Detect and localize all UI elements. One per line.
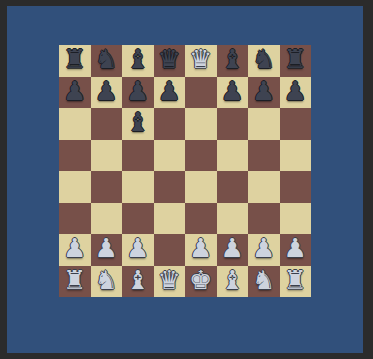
square-b1[interactable]: ♞ (91, 266, 123, 298)
white-pawn[interactable]: ♟ (252, 233, 275, 265)
white-knight[interactable]: ♞ (95, 265, 118, 297)
square-a5[interactable] (59, 140, 91, 172)
square-d6[interactable] (154, 108, 186, 140)
square-e5[interactable] (185, 140, 217, 172)
square-d2[interactable] (154, 234, 186, 266)
square-h6[interactable] (280, 108, 312, 140)
square-a2[interactable]: ♟ (59, 234, 91, 266)
square-d1[interactable]: ♛ (154, 266, 186, 298)
white-pawn[interactable]: ♟ (63, 233, 86, 265)
square-g6[interactable] (248, 108, 280, 140)
square-g1[interactable]: ♞ (248, 266, 280, 298)
square-f3[interactable] (217, 203, 249, 235)
square-c3[interactable] (122, 203, 154, 235)
square-g4[interactable] (248, 171, 280, 203)
square-a4[interactable] (59, 171, 91, 203)
square-h4[interactable] (280, 171, 312, 203)
square-b7[interactable]: ♟ (91, 77, 123, 109)
square-f5[interactable] (217, 140, 249, 172)
white-pawn[interactable]: ♟ (221, 233, 244, 265)
black-queen[interactable]: ♛ (158, 44, 181, 76)
square-h5[interactable] (280, 140, 312, 172)
black-pawn[interactable]: ♟ (126, 76, 149, 108)
black-bishop[interactable]: ♝ (126, 107, 149, 139)
black-knight[interactable]: ♞ (95, 44, 118, 76)
square-a7[interactable]: ♟ (59, 77, 91, 109)
white-pawn[interactable]: ♟ (189, 233, 212, 265)
square-h7[interactable]: ♟ (280, 77, 312, 109)
square-a8[interactable]: ♜ (59, 45, 91, 77)
white-king[interactable]: ♚ (189, 265, 212, 297)
square-b8[interactable]: ♞ (91, 45, 123, 77)
square-e3[interactable] (185, 203, 217, 235)
square-h2[interactable]: ♟ (280, 234, 312, 266)
square-d5[interactable] (154, 140, 186, 172)
square-f8[interactable]: ♝ (217, 45, 249, 77)
square-b2[interactable]: ♟ (91, 234, 123, 266)
white-bishop[interactable]: ♝ (126, 265, 149, 297)
chess-board: ♜♞♝♛♛♝♞♜♟♟♟♟♟♟♟♝♟♟♟♟♟♟♟♜♞♝♛♚♝♞♜ (59, 45, 311, 297)
square-e7[interactable] (185, 77, 217, 109)
square-h8[interactable]: ♜ (280, 45, 312, 77)
square-g2[interactable]: ♟ (248, 234, 280, 266)
black-knight[interactable]: ♞ (252, 44, 275, 76)
white-pawn[interactable]: ♟ (95, 233, 118, 265)
white-queen[interactable]: ♛ (158, 265, 181, 297)
black-pawn[interactable]: ♟ (221, 76, 244, 108)
table-background: ♜♞♝♛♛♝♞♜♟♟♟♟♟♟♟♝♟♟♟♟♟♟♟♜♞♝♛♚♝♞♜ (7, 6, 363, 353)
white-pawn[interactable]: ♟ (284, 233, 307, 265)
black-bishop[interactable]: ♝ (221, 44, 244, 76)
app-frame: ♜♞♝♛♛♝♞♜♟♟♟♟♟♟♟♝♟♟♟♟♟♟♟♜♞♝♛♚♝♞♜ (0, 0, 373, 359)
square-g7[interactable]: ♟ (248, 77, 280, 109)
black-rook[interactable]: ♜ (284, 44, 307, 76)
black-rook[interactable]: ♜ (63, 44, 86, 76)
black-pawn[interactable]: ♟ (95, 76, 118, 108)
black-pawn[interactable]: ♟ (252, 76, 275, 108)
square-f4[interactable] (217, 171, 249, 203)
white-bishop[interactable]: ♝ (221, 265, 244, 297)
square-c7[interactable]: ♟ (122, 77, 154, 109)
black-pawn[interactable]: ♟ (158, 76, 181, 108)
square-d4[interactable] (154, 171, 186, 203)
white-rook[interactable]: ♜ (284, 265, 307, 297)
square-g8[interactable]: ♞ (248, 45, 280, 77)
black-pawn[interactable]: ♟ (63, 76, 86, 108)
square-f6[interactable] (217, 108, 249, 140)
white-knight[interactable]: ♞ (252, 265, 275, 297)
square-b3[interactable] (91, 203, 123, 235)
square-b5[interactable] (91, 140, 123, 172)
square-e1[interactable]: ♚ (185, 266, 217, 298)
square-h1[interactable]: ♜ (280, 266, 312, 298)
white-queen[interactable]: ♛ (189, 44, 212, 76)
square-g5[interactable] (248, 140, 280, 172)
square-d8[interactable]: ♛ (154, 45, 186, 77)
black-pawn[interactable]: ♟ (284, 76, 307, 108)
square-a6[interactable] (59, 108, 91, 140)
square-b6[interactable] (91, 108, 123, 140)
white-rook[interactable]: ♜ (63, 265, 86, 297)
square-c6[interactable]: ♝ (122, 108, 154, 140)
square-c1[interactable]: ♝ (122, 266, 154, 298)
white-pawn[interactable]: ♟ (126, 233, 149, 265)
square-f1[interactable]: ♝ (217, 266, 249, 298)
square-d7[interactable]: ♟ (154, 77, 186, 109)
square-c4[interactable] (122, 171, 154, 203)
square-h3[interactable] (280, 203, 312, 235)
square-c2[interactable]: ♟ (122, 234, 154, 266)
square-e2[interactable]: ♟ (185, 234, 217, 266)
square-e4[interactable] (185, 171, 217, 203)
square-e6[interactable] (185, 108, 217, 140)
square-c5[interactable] (122, 140, 154, 172)
square-b4[interactable] (91, 171, 123, 203)
square-f2[interactable]: ♟ (217, 234, 249, 266)
square-e8[interactable]: ♛ (185, 45, 217, 77)
black-bishop[interactable]: ♝ (126, 44, 149, 76)
square-a1[interactable]: ♜ (59, 266, 91, 298)
square-g3[interactable] (248, 203, 280, 235)
square-a3[interactable] (59, 203, 91, 235)
square-c8[interactable]: ♝ (122, 45, 154, 77)
square-d3[interactable] (154, 203, 186, 235)
square-f7[interactable]: ♟ (217, 77, 249, 109)
